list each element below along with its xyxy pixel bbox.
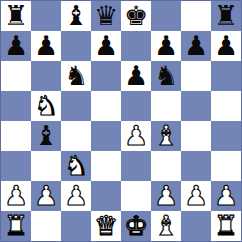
square-a7[interactable]: ♟ (1, 31, 31, 61)
white-pawn-e4[interactable]: ♟ (124, 121, 148, 151)
black-pawn-b7[interactable]: ♟ (34, 31, 58, 61)
square-h7[interactable]: ♟ (211, 31, 241, 61)
square-e6[interactable]: ♟ (121, 61, 151, 91)
square-b5[interactable]: ♞ (31, 91, 61, 121)
white-pawn-b2[interactable]: ♟ (34, 181, 58, 211)
square-h2[interactable]: ♟ (211, 181, 241, 211)
white-pawn-g2[interactable]: ♟ (184, 181, 208, 211)
square-e5[interactable] (121, 91, 151, 121)
square-b7[interactable]: ♟ (31, 31, 61, 61)
black-pawn-a7[interactable]: ♟ (4, 31, 28, 61)
square-h4[interactable] (211, 121, 241, 151)
black-knight-f6[interactable]: ♞ (154, 61, 178, 91)
square-c2[interactable]: ♟ (61, 181, 91, 211)
square-f6[interactable]: ♞ (151, 61, 181, 91)
black-pawn-f7[interactable]: ♟ (154, 31, 178, 61)
square-b8[interactable] (31, 1, 61, 31)
square-e2[interactable] (121, 181, 151, 211)
black-queen-d8[interactable]: ♛ (94, 1, 118, 31)
square-g4[interactable] (181, 121, 211, 151)
black-bishop-b4[interactable]: ♝ (34, 121, 58, 151)
black-bishop-c8[interactable]: ♝ (64, 1, 88, 31)
square-a1[interactable]: ♜ (1, 211, 31, 241)
black-pawn-g7[interactable]: ♟ (184, 31, 208, 61)
white-rook-h1[interactable]: ♜ (214, 211, 238, 241)
square-h1[interactable]: ♜ (211, 211, 241, 241)
square-c5[interactable] (61, 91, 91, 121)
square-a6[interactable] (1, 61, 31, 91)
square-d5[interactable] (91, 91, 121, 121)
square-h8[interactable]: ♜ (211, 1, 241, 31)
square-a4[interactable] (1, 121, 31, 151)
square-f5[interactable] (151, 91, 181, 121)
black-pawn-h7[interactable]: ♟ (214, 31, 238, 61)
square-d3[interactable] (91, 151, 121, 181)
square-h5[interactable] (211, 91, 241, 121)
square-a2[interactable]: ♟ (1, 181, 31, 211)
square-c8[interactable]: ♝ (61, 1, 91, 31)
square-h6[interactable] (211, 61, 241, 91)
square-b3[interactable] (31, 151, 61, 181)
square-d7[interactable]: ♟ (91, 31, 121, 61)
white-pawn-c2[interactable]: ♟ (64, 181, 88, 211)
square-a3[interactable] (1, 151, 31, 181)
square-d4[interactable] (91, 121, 121, 151)
square-d8[interactable]: ♛ (91, 1, 121, 31)
square-c3[interactable]: ♞ (61, 151, 91, 181)
square-g1[interactable] (181, 211, 211, 241)
square-g5[interactable] (181, 91, 211, 121)
square-b1[interactable] (31, 211, 61, 241)
square-c7[interactable] (61, 31, 91, 61)
black-rook-a8[interactable]: ♜ (4, 1, 28, 31)
square-f2[interactable]: ♟ (151, 181, 181, 211)
black-pawn-d7[interactable]: ♟ (94, 31, 118, 61)
square-e8[interactable]: ♚ (121, 1, 151, 31)
square-c6[interactable]: ♞ (61, 61, 91, 91)
square-g6[interactable] (181, 61, 211, 91)
square-h3[interactable] (211, 151, 241, 181)
white-bishop-f1[interactable]: ♝ (154, 211, 178, 241)
square-e1[interactable]: ♚ (121, 211, 151, 241)
square-g8[interactable] (181, 1, 211, 31)
square-b4[interactable]: ♝ (31, 121, 61, 151)
white-knight-c3[interactable]: ♞ (64, 151, 88, 181)
square-d2[interactable] (91, 181, 121, 211)
square-f3[interactable] (151, 151, 181, 181)
square-g7[interactable]: ♟ (181, 31, 211, 61)
square-g2[interactable]: ♟ (181, 181, 211, 211)
white-knight-b5[interactable]: ♞ (34, 91, 58, 121)
square-a5[interactable] (1, 91, 31, 121)
square-c1[interactable] (61, 211, 91, 241)
square-e4[interactable]: ♟ (121, 121, 151, 151)
square-f8[interactable] (151, 1, 181, 31)
square-a8[interactable]: ♜ (1, 1, 31, 31)
square-f7[interactable]: ♟ (151, 31, 181, 61)
white-queen-d1[interactable]: ♛ (94, 211, 118, 241)
square-b2[interactable]: ♟ (31, 181, 61, 211)
square-d6[interactable] (91, 61, 121, 91)
white-bishop-f4[interactable]: ♝ (154, 121, 178, 151)
white-pawn-f2[interactable]: ♟ (154, 181, 178, 211)
white-pawn-h2[interactable]: ♟ (214, 181, 238, 211)
white-pawn-a2[interactable]: ♟ (4, 181, 28, 211)
square-e7[interactable] (121, 31, 151, 61)
square-f1[interactable]: ♝ (151, 211, 181, 241)
black-knight-c6[interactable]: ♞ (64, 61, 88, 91)
black-pawn-e6[interactable]: ♟ (124, 61, 148, 91)
square-f4[interactable]: ♝ (151, 121, 181, 151)
square-e3[interactable] (121, 151, 151, 181)
square-g3[interactable] (181, 151, 211, 181)
square-d1[interactable]: ♛ (91, 211, 121, 241)
square-b6[interactable] (31, 61, 61, 91)
black-king-e8[interactable]: ♚ (124, 1, 148, 31)
white-king-e1[interactable]: ♚ (124, 211, 148, 241)
chess-board: ♜♝♛♚♜♟♟♟♟♟♟♞♟♞♞♝♟♝♞♟♟♟♟♟♟♜♛♚♝♜ (0, 0, 242, 242)
square-c4[interactable] (61, 121, 91, 151)
black-rook-h8[interactable]: ♜ (214, 1, 238, 31)
white-rook-a1[interactable]: ♜ (4, 211, 28, 241)
